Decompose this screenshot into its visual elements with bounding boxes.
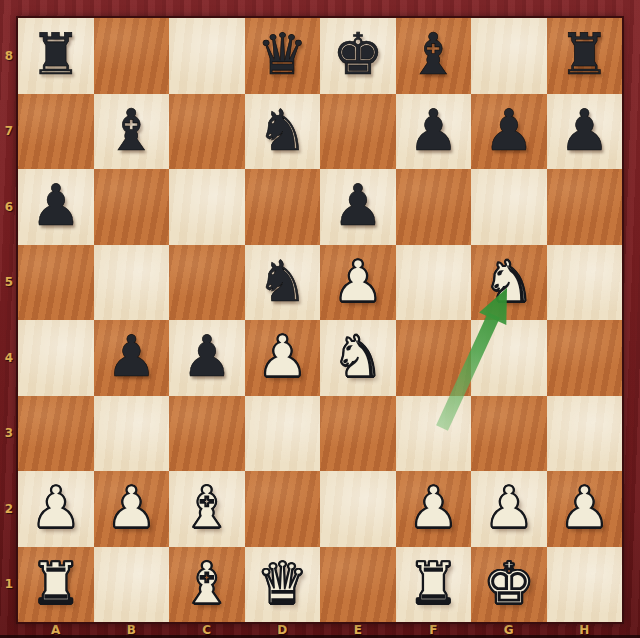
piece-black-pawn-a6[interactable]: ♟ [30, 177, 81, 234]
piece-white-pawn-g2[interactable]: ♟ [483, 479, 534, 536]
square-b7[interactable]: ♝ [94, 94, 170, 170]
rank-label-1: 1 [0, 547, 18, 623]
piece-black-pawn-b4[interactable]: ♟ [106, 328, 157, 385]
square-g5[interactable]: ♞ [471, 245, 547, 321]
square-h8[interactable]: ♜ [547, 18, 623, 94]
piece-black-pawn-g7[interactable]: ♟ [483, 102, 534, 159]
square-e7[interactable] [320, 94, 396, 170]
square-g8[interactable] [471, 18, 547, 94]
piece-black-pawn-f7[interactable]: ♟ [408, 102, 459, 159]
square-f2[interactable]: ♟ [396, 471, 472, 547]
piece-white-knight-e4[interactable]: ♞ [332, 328, 383, 385]
square-f5[interactable] [396, 245, 472, 321]
piece-white-bishop-c1[interactable]: ♝ [181, 555, 232, 612]
file-coordinates: ABCDEFGH [18, 622, 622, 638]
square-a8[interactable]: ♜ [18, 18, 94, 94]
piece-white-rook-a1[interactable]: ♜ [30, 555, 81, 612]
piece-white-pawn-h2[interactable]: ♟ [559, 479, 610, 536]
square-a7[interactable] [18, 94, 94, 170]
square-a4[interactable] [18, 320, 94, 396]
file-label-g: G [471, 622, 547, 638]
piece-white-pawn-a2[interactable]: ♟ [30, 479, 81, 536]
piece-white-bishop-c2[interactable]: ♝ [181, 479, 232, 536]
piece-black-knight-d5[interactable]: ♞ [257, 253, 308, 310]
piece-black-pawn-h7[interactable]: ♟ [559, 102, 610, 159]
square-d2[interactable] [245, 471, 321, 547]
square-c6[interactable] [169, 169, 245, 245]
chess-board[interactable]: ♜♛♚♝♜♝♞♟♟♟♟♟♞♟♞♟♟♟♞♟♟♝♟♟♟♜♝♛♜♚ [18, 18, 622, 622]
square-h2[interactable]: ♟ [547, 471, 623, 547]
square-d3[interactable] [245, 396, 321, 472]
piece-white-pawn-b2[interactable]: ♟ [106, 479, 157, 536]
square-f1[interactable]: ♜ [396, 547, 472, 623]
square-b2[interactable]: ♟ [94, 471, 170, 547]
square-h5[interactable] [547, 245, 623, 321]
square-f8[interactable]: ♝ [396, 18, 472, 94]
square-e3[interactable] [320, 396, 396, 472]
rank-coordinates: 87654321 [0, 18, 18, 622]
square-g3[interactable] [471, 396, 547, 472]
file-label-d: D [245, 622, 321, 638]
square-e1[interactable] [320, 547, 396, 623]
rank-label-2: 2 [0, 471, 18, 547]
piece-black-pawn-c4[interactable]: ♟ [181, 328, 232, 385]
square-a5[interactable] [18, 245, 94, 321]
square-f7[interactable]: ♟ [396, 94, 472, 170]
file-label-b: B [94, 622, 170, 638]
piece-black-queen-d8[interactable]: ♛ [257, 26, 308, 83]
square-d8[interactable]: ♛ [245, 18, 321, 94]
square-h7[interactable]: ♟ [547, 94, 623, 170]
square-g1[interactable]: ♚ [471, 547, 547, 623]
file-label-e: E [320, 622, 396, 638]
square-a3[interactable] [18, 396, 94, 472]
square-h3[interactable] [547, 396, 623, 472]
square-f4[interactable] [396, 320, 472, 396]
square-b3[interactable] [94, 396, 170, 472]
square-c4[interactable]: ♟ [169, 320, 245, 396]
square-e6[interactable]: ♟ [320, 169, 396, 245]
square-c3[interactable] [169, 396, 245, 472]
square-g6[interactable] [471, 169, 547, 245]
square-f6[interactable] [396, 169, 472, 245]
square-b4[interactable]: ♟ [94, 320, 170, 396]
square-e5[interactable]: ♟ [320, 245, 396, 321]
square-e4[interactable]: ♞ [320, 320, 396, 396]
square-f3[interactable] [396, 396, 472, 472]
rank-label-8: 8 [0, 18, 18, 94]
square-c2[interactable]: ♝ [169, 471, 245, 547]
piece-black-bishop-b7[interactable]: ♝ [106, 102, 157, 159]
file-label-a: A [18, 622, 94, 638]
square-c5[interactable] [169, 245, 245, 321]
piece-white-pawn-d4[interactable]: ♟ [257, 328, 308, 385]
square-d5[interactable]: ♞ [245, 245, 321, 321]
piece-white-rook-f1[interactable]: ♜ [408, 555, 459, 612]
square-b8[interactable] [94, 18, 170, 94]
square-h6[interactable] [547, 169, 623, 245]
file-label-c: C [169, 622, 245, 638]
square-b6[interactable] [94, 169, 170, 245]
piece-black-bishop-f8[interactable]: ♝ [408, 26, 459, 83]
square-d7[interactable]: ♞ [245, 94, 321, 170]
rank-label-3: 3 [0, 396, 18, 472]
square-c7[interactable] [169, 94, 245, 170]
square-h4[interactable] [547, 320, 623, 396]
piece-black-knight-d7[interactable]: ♞ [257, 102, 308, 159]
square-g4[interactable] [471, 320, 547, 396]
piece-black-king-e8[interactable]: ♚ [332, 26, 383, 83]
square-g7[interactable]: ♟ [471, 94, 547, 170]
square-d4[interactable]: ♟ [245, 320, 321, 396]
piece-black-rook-a8[interactable]: ♜ [30, 26, 81, 83]
piece-black-rook-h8[interactable]: ♜ [559, 26, 610, 83]
square-a2[interactable]: ♟ [18, 471, 94, 547]
piece-white-pawn-f2[interactable]: ♟ [408, 479, 459, 536]
piece-white-king-g1[interactable]: ♚ [483, 555, 534, 612]
piece-white-queen-d1[interactable]: ♛ [257, 555, 308, 612]
square-c8[interactable] [169, 18, 245, 94]
chessboard-frame: 87654321 ABCDEFGH ♜♛♚♝♜♝♞♟♟♟♟♟♞♟♞♟♟♟♞♟♟♝… [0, 0, 640, 638]
square-e8[interactable]: ♚ [320, 18, 396, 94]
file-label-f: F [396, 622, 472, 638]
square-b1[interactable] [94, 547, 170, 623]
rank-label-6: 6 [0, 169, 18, 245]
square-c1[interactable]: ♝ [169, 547, 245, 623]
piece-black-pawn-e6[interactable]: ♟ [332, 177, 383, 234]
piece-white-knight-g5[interactable]: ♞ [483, 253, 534, 310]
square-h1[interactable] [547, 547, 623, 623]
square-g2[interactable]: ♟ [471, 471, 547, 547]
square-a1[interactable]: ♜ [18, 547, 94, 623]
rank-label-5: 5 [0, 245, 18, 321]
square-d1[interactable]: ♛ [245, 547, 321, 623]
square-b5[interactable] [94, 245, 170, 321]
rank-label-4: 4 [0, 320, 18, 396]
square-e2[interactable] [320, 471, 396, 547]
rank-label-7: 7 [0, 94, 18, 170]
square-a6[interactable]: ♟ [18, 169, 94, 245]
file-label-h: H [547, 622, 623, 638]
square-d6[interactable] [245, 169, 321, 245]
piece-white-pawn-e5[interactable]: ♟ [332, 253, 383, 310]
